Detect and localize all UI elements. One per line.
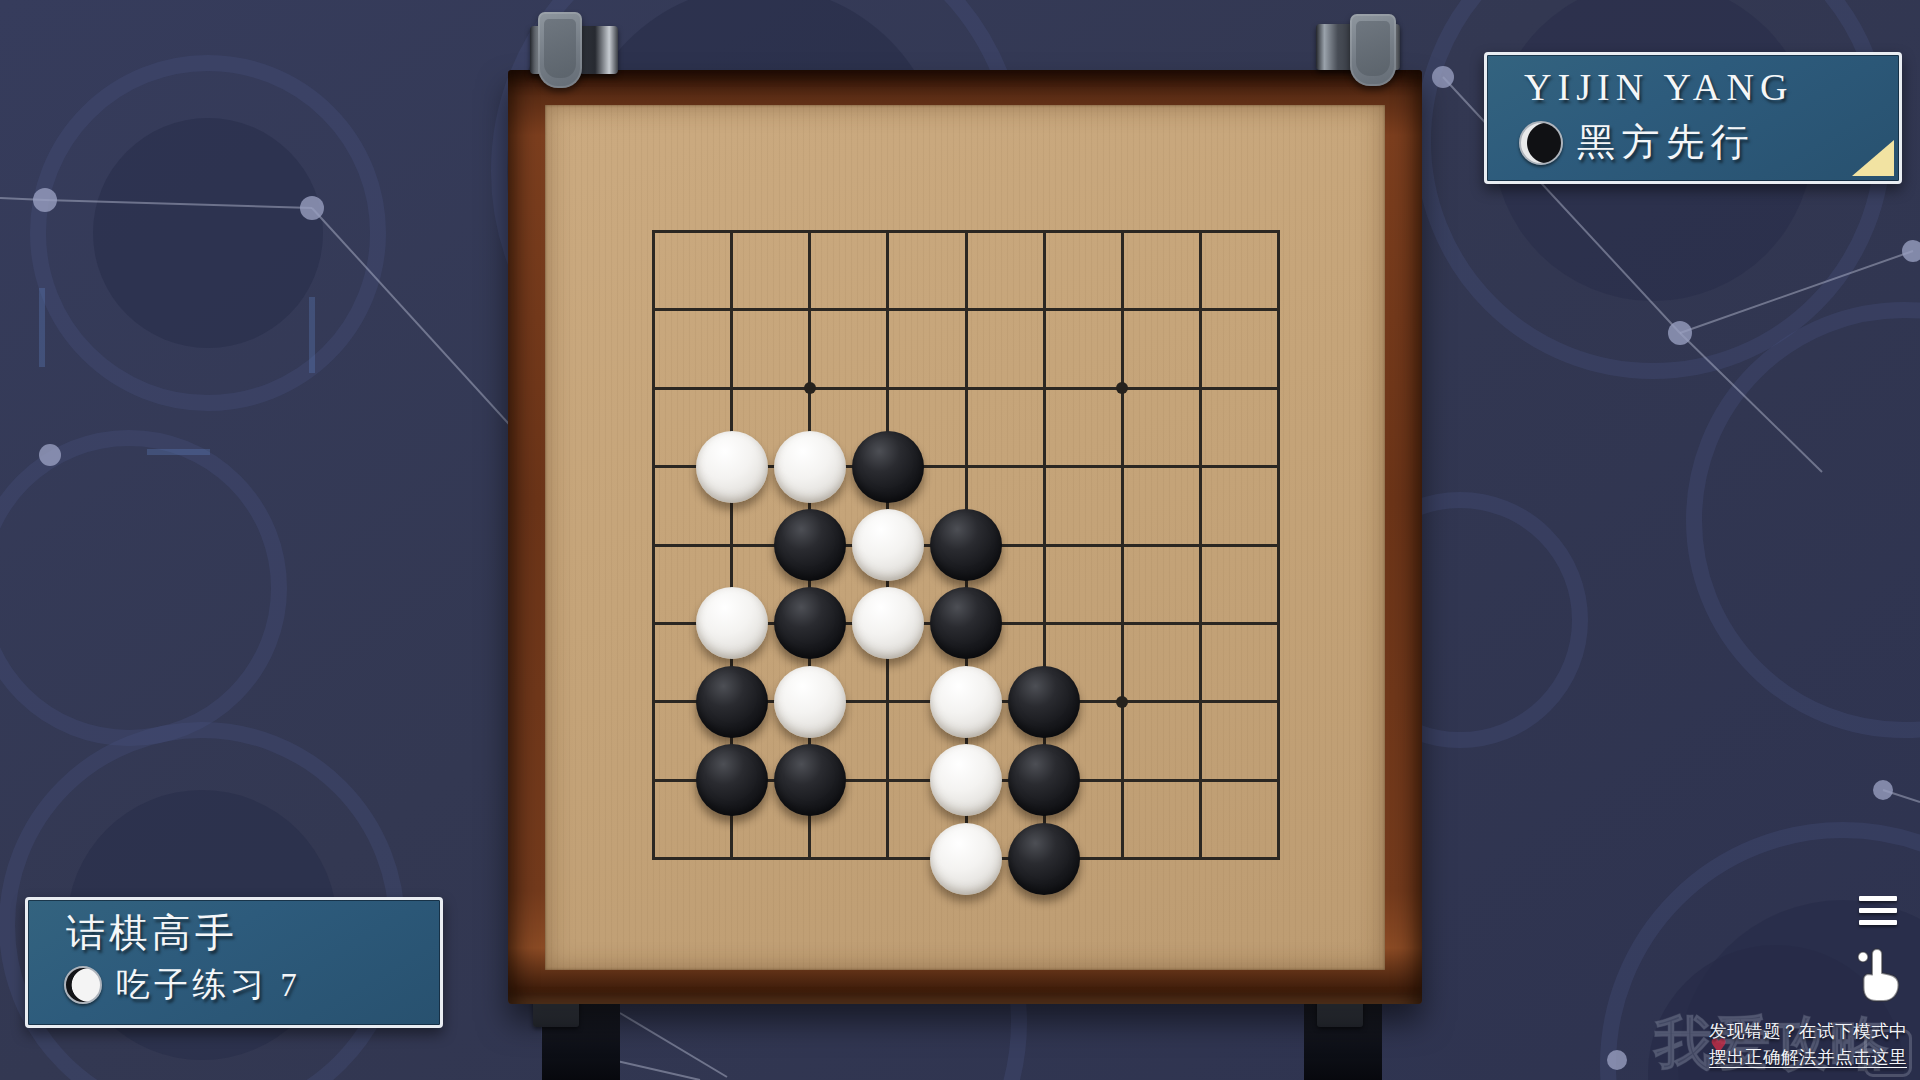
black-stone[interactable] xyxy=(1008,823,1080,895)
black-stone[interactable] xyxy=(696,744,768,816)
paper-clip-right xyxy=(1314,12,1400,86)
error-report-link[interactable]: 摆出正确解法并点击这里 xyxy=(1709,1044,1907,1070)
black-stone[interactable] xyxy=(930,587,1002,659)
star-point xyxy=(804,382,816,394)
black-stone[interactable] xyxy=(774,587,846,659)
white-stone[interactable] xyxy=(930,823,1002,895)
grid-line-vertical xyxy=(1199,230,1202,860)
error-report-line1: 发现错题？在试下模式中 xyxy=(1709,1018,1907,1044)
black-stone-icon xyxy=(1519,121,1563,165)
player-name: YIJIN YANG xyxy=(1524,65,1793,109)
white-stone[interactable] xyxy=(774,666,846,738)
turn-indicator-label: 黑方先行 xyxy=(1577,117,1755,168)
black-stone[interactable] xyxy=(696,666,768,738)
white-stone[interactable] xyxy=(696,587,768,659)
white-stone[interactable] xyxy=(696,431,768,503)
white-stone-icon xyxy=(64,966,102,1004)
grid-line-vertical xyxy=(1277,230,1280,860)
panel-corner-triangle[interactable] xyxy=(1852,140,1894,176)
go-board[interactable] xyxy=(545,105,1385,970)
star-point xyxy=(1116,696,1128,708)
paper-clip-left xyxy=(528,10,620,90)
black-stone[interactable] xyxy=(774,509,846,581)
game-screen: YIJIN YANG 黑方先行 诘棋高手 吃子练习 7 我爱攻略 ♥ 发现错题？… xyxy=(0,0,1920,1080)
white-stone[interactable] xyxy=(930,744,1002,816)
white-stone[interactable] xyxy=(852,509,924,581)
star-point xyxy=(1116,382,1128,394)
hand-cursor-icon xyxy=(1848,948,1900,1006)
white-stone[interactable] xyxy=(852,587,924,659)
white-stone[interactable] xyxy=(930,666,1002,738)
puzzle-mode-label: 吃子练习 xyxy=(116,962,268,1008)
go-board-frame xyxy=(508,70,1422,1004)
black-stone[interactable] xyxy=(1008,666,1080,738)
puzzle-category: 诘棋高手 xyxy=(66,906,238,960)
player-panel: YIJIN YANG 黑方先行 xyxy=(1484,52,1902,184)
black-stone[interactable] xyxy=(1008,744,1080,816)
hamburger-menu-icon[interactable] xyxy=(1859,896,1897,926)
puzzle-number: 7 xyxy=(280,967,297,1004)
black-stone[interactable] xyxy=(930,509,1002,581)
grid-line-vertical xyxy=(1121,230,1124,860)
error-report-note: 发现错题？在试下模式中 摆出正确解法并点击这里 xyxy=(1709,1018,1907,1070)
white-stone[interactable] xyxy=(774,431,846,503)
black-stone[interactable] xyxy=(852,431,924,503)
black-stone[interactable] xyxy=(774,744,846,816)
puzzle-panel: 诘棋高手 吃子练习 7 xyxy=(25,897,443,1028)
